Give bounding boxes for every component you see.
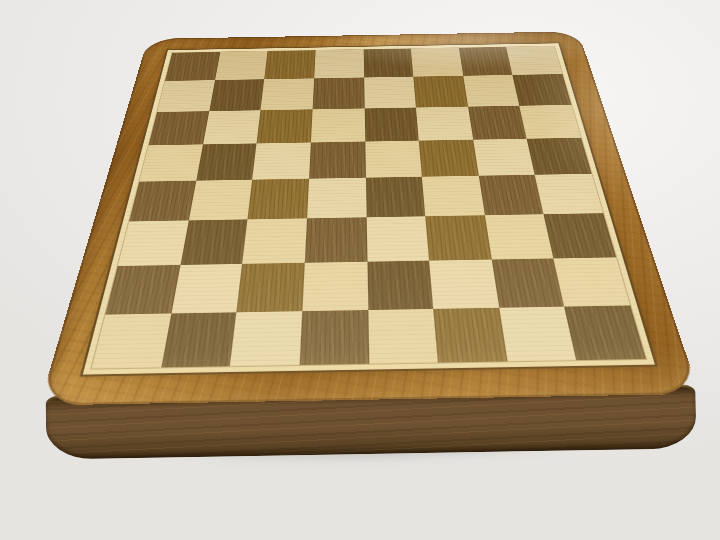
square-r2c3[interactable]	[261, 79, 314, 110]
square-r5c3[interactable]	[248, 179, 309, 220]
square-r2c4[interactable]	[312, 78, 364, 109]
square-r7c6[interactable]	[429, 259, 499, 309]
square-r3c8[interactable]	[520, 105, 581, 139]
square-r5c8[interactable]	[535, 174, 603, 215]
square-r2c8[interactable]	[513, 74, 572, 105]
square-r2c7[interactable]	[463, 75, 519, 106]
square-r1c5[interactable]	[363, 49, 413, 78]
square-r6c4[interactable]	[305, 218, 367, 263]
square-r4c8[interactable]	[527, 138, 592, 175]
square-r6c1[interactable]	[118, 221, 188, 266]
square-r7c8[interactable]	[554, 257, 630, 306]
playing-surface	[92, 46, 646, 369]
square-r3c3[interactable]	[257, 109, 313, 143]
square-r8c2[interactable]	[161, 312, 237, 367]
chess-box-top-surface	[39, 31, 699, 405]
square-r1c3[interactable]	[264, 50, 315, 79]
square-r4c5[interactable]	[365, 140, 422, 177]
square-r4c2[interactable]	[196, 143, 257, 180]
square-r7c4[interactable]	[302, 261, 368, 311]
square-r2c2[interactable]	[209, 79, 264, 111]
square-r6c8[interactable]	[544, 213, 616, 258]
square-r8c3[interactable]	[230, 311, 302, 366]
square-r2c6[interactable]	[413, 76, 467, 107]
square-r6c6[interactable]	[425, 215, 491, 260]
square-r7c5[interactable]	[367, 260, 433, 310]
square-r4c1[interactable]	[139, 144, 202, 181]
square-r6c5[interactable]	[366, 216, 429, 261]
square-r3c1[interactable]	[149, 111, 209, 145]
square-r7c2[interactable]	[171, 264, 242, 314]
square-r5c5[interactable]	[365, 177, 425, 218]
square-r5c2[interactable]	[188, 180, 252, 221]
maple-inlay-border	[83, 43, 655, 374]
square-r8c8[interactable]	[565, 305, 646, 360]
square-r7c7[interactable]	[491, 258, 564, 307]
square-r4c4[interactable]	[309, 141, 366, 178]
square-r8c4[interactable]	[299, 310, 368, 365]
square-r3c5[interactable]	[364, 107, 419, 141]
square-r5c1[interactable]	[129, 181, 196, 222]
square-r8c6[interactable]	[433, 308, 507, 363]
square-r1c7[interactable]	[459, 47, 513, 76]
square-r1c1[interactable]	[165, 52, 220, 81]
square-r4c6[interactable]	[419, 140, 479, 177]
square-r8c5[interactable]	[368, 309, 438, 364]
square-r2c5[interactable]	[364, 77, 416, 108]
square-r5c4[interactable]	[307, 178, 366, 219]
square-r1c2[interactable]	[215, 51, 268, 80]
photo-stage	[0, 0, 720, 540]
square-r3c7[interactable]	[468, 105, 527, 139]
square-r7c1[interactable]	[105, 265, 180, 315]
square-r4c3[interactable]	[252, 142, 310, 179]
square-r3c6[interactable]	[416, 106, 473, 140]
square-r5c7[interactable]	[479, 175, 544, 216]
square-r6c7[interactable]	[485, 214, 554, 259]
square-r6c2[interactable]	[180, 220, 247, 265]
square-r7c3[interactable]	[237, 262, 305, 312]
square-r3c2[interactable]	[203, 110, 261, 144]
square-r1c4[interactable]	[314, 49, 364, 78]
square-r4c7[interactable]	[473, 139, 535, 176]
square-r1c6[interactable]	[411, 48, 463, 77]
square-r8c1[interactable]	[92, 313, 171, 368]
square-r5c6[interactable]	[422, 176, 485, 217]
square-r3c4[interactable]	[311, 108, 365, 142]
square-r1c8[interactable]	[506, 46, 562, 75]
square-r8c7[interactable]	[499, 306, 577, 361]
square-r2c1[interactable]	[157, 80, 215, 112]
square-r6c3[interactable]	[242, 219, 306, 264]
